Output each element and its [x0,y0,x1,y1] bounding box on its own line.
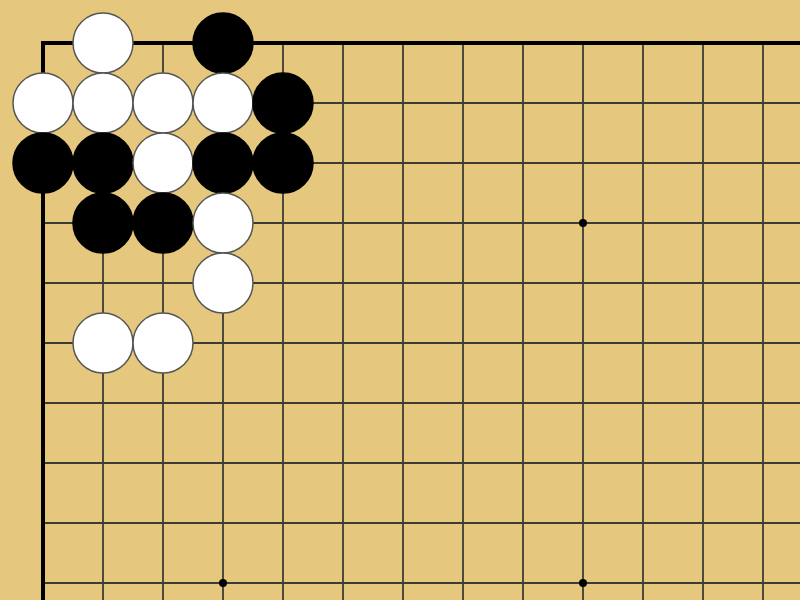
black-stone-B17 [73,133,133,193]
star-point [579,579,587,587]
go-board[interactable] [0,0,800,600]
white-stone-B14 [73,313,133,373]
star-point [579,219,587,227]
white-stone-C14 [133,313,193,373]
black-stone-D17 [193,133,253,193]
black-stone-B16 [73,193,133,253]
white-stone-D15 [193,253,253,313]
white-stone-A18 [13,73,73,133]
star-point [219,579,227,587]
black-stone-C16 [133,193,193,253]
go-board-canvas[interactable] [0,0,800,600]
white-stone-C17 [133,133,193,193]
white-stone-C18 [133,73,193,133]
white-stone-B18 [73,73,133,133]
black-stone-D19 [193,13,253,73]
black-stone-E18 [253,73,313,133]
black-stone-A17 [13,133,73,193]
white-stone-D18 [193,73,253,133]
black-stone-E17 [253,133,313,193]
white-stone-B19 [73,13,133,73]
white-stone-D16 [193,193,253,253]
